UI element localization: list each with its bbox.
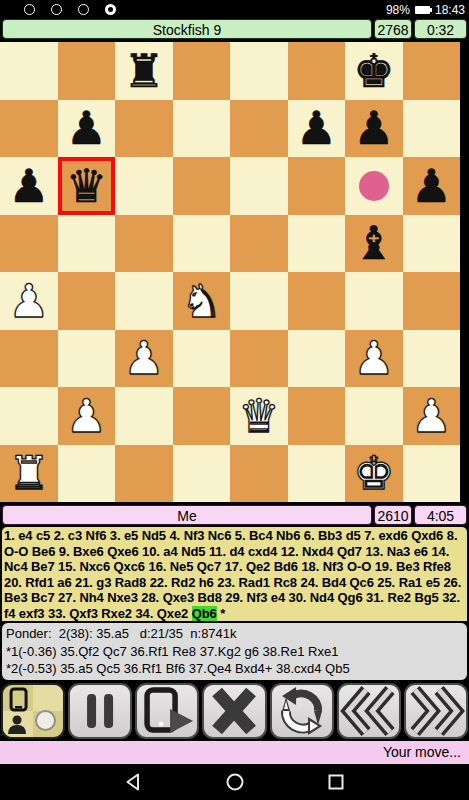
stop-x-icon <box>204 685 264 737</box>
forward-double-chevron-icon <box>406 685 466 737</box>
square-b6[interactable]: ♛ <box>58 157 116 215</box>
square-d4[interactable]: ♞ <box>173 272 231 330</box>
ponder-panel[interactable]: Ponder: 2(38): 35.a5 d:21/35 n:8741k *1(… <box>1 622 468 681</box>
square-g1[interactable]: ♚ <box>345 445 403 503</box>
ponder-header-line: Ponder: 2(38): 35.a5 d:21/35 n:8741k <box>6 625 463 643</box>
square-f2[interactable] <box>288 387 346 445</box>
square-a6[interactable]: ♟ <box>0 157 58 215</box>
square-b3[interactable] <box>58 330 116 388</box>
square-b2[interactable]: ♟ <box>58 387 116 445</box>
square-a2[interactable] <box>0 387 58 445</box>
square-g7[interactable]: ♟ <box>345 100 403 158</box>
white-rook: ♜ <box>8 450 49 496</box>
square-f7[interactable]: ♟ <box>288 100 346 158</box>
square-d5[interactable] <box>173 215 231 273</box>
android-nav-bar <box>0 764 469 800</box>
battery-percent: 98% <box>386 3 410 17</box>
player-clock: 4:05 <box>414 505 467 525</box>
square-a3[interactable] <box>0 330 58 388</box>
player-mode-button[interactable] <box>1 683 65 739</box>
square-f8[interactable] <box>288 42 346 100</box>
square-c7[interactable] <box>115 100 173 158</box>
square-d8[interactable] <box>173 42 231 100</box>
player-mode-icon <box>3 685 63 737</box>
square-b4[interactable] <box>58 272 116 330</box>
stop-button[interactable] <box>202 683 266 739</box>
notification-icons <box>24 4 116 15</box>
notification-circle-icon <box>78 4 89 15</box>
square-d1[interactable] <box>173 445 231 503</box>
opponent-name[interactable]: Stockfish 9 <box>2 19 372 39</box>
move-list-text: 1. e4 c5 2. c3 Nf6 3. e5 Nd5 4. Nf3 Nc6 … <box>4 528 461 621</box>
notification-circle-icon <box>24 4 35 15</box>
player-bar: Me 2610 4:05 <box>0 505 469 527</box>
battery-icon <box>415 6 430 14</box>
black-pawn: ♟ <box>296 105 337 151</box>
square-a8[interactable] <box>0 42 58 100</box>
notification-badge-icon <box>105 4 116 15</box>
home-circle-icon[interactable] <box>225 772 245 792</box>
white-side-circle-icon <box>35 710 56 731</box>
opponent-rating: 2768 <box>374 19 412 39</box>
app-screen: 98% 18:43 Stockfish 9 2768 0:32 ♜♚♟♟♟♟♛♟… <box>0 0 469 800</box>
square-d7[interactable] <box>173 100 231 158</box>
square-f5[interactable] <box>288 215 346 273</box>
square-f4[interactable] <box>288 272 346 330</box>
player-rating: 2610 <box>374 505 412 525</box>
chess-board[interactable]: ♜♚♟♟♟♟♛♟♝♟♞♟♟♟♛♟♜♚ <box>0 42 460 502</box>
black-pawn: ♟ <box>353 105 394 151</box>
square-f6[interactable] <box>288 157 346 215</box>
highlighted-move: Qb6 <box>192 606 217 621</box>
toolbar <box>0 682 469 740</box>
square-g4[interactable] <box>345 272 403 330</box>
square-g2[interactable] <box>345 387 403 445</box>
square-e3[interactable] <box>230 330 288 388</box>
rotate-cycle-icon <box>272 685 332 737</box>
square-b1[interactable] <box>58 445 116 503</box>
engine-status-line: ●0.36 35.Qf2 Your move... <box>0 741 469 764</box>
device-move-icon <box>137 685 197 737</box>
square-c6[interactable] <box>115 157 173 215</box>
square-h4[interactable] <box>403 272 461 330</box>
pause-button[interactable] <box>68 683 132 739</box>
square-h2[interactable]: ♟ <box>403 387 461 445</box>
square-h6[interactable]: ♟ <box>403 157 461 215</box>
rewind-double-chevron-icon <box>339 685 399 737</box>
back-move-button[interactable] <box>337 683 401 739</box>
square-c2[interactable] <box>115 387 173 445</box>
square-g3[interactable]: ♟ <box>345 330 403 388</box>
square-h7[interactable] <box>403 100 461 158</box>
square-h8[interactable] <box>403 42 461 100</box>
square-d3[interactable] <box>173 330 231 388</box>
android-status-bar: 98% 18:43 <box>0 0 469 19</box>
white-pawn: ♟ <box>353 335 394 381</box>
square-e5[interactable] <box>230 215 288 273</box>
white-pawn: ♟ <box>66 393 107 439</box>
white-pawn: ♟ <box>123 335 164 381</box>
engine-move-button[interactable] <box>135 683 199 739</box>
square-d6[interactable] <box>173 157 231 215</box>
square-a7[interactable] <box>0 100 58 158</box>
square-g8[interactable]: ♚ <box>345 42 403 100</box>
square-a5[interactable] <box>0 215 58 273</box>
black-pawn: ♟ <box>66 105 107 151</box>
square-b5[interactable] <box>58 215 116 273</box>
square-e8[interactable] <box>230 42 288 100</box>
black-bishop: ♝ <box>353 220 394 266</box>
square-a1[interactable]: ♜ <box>0 445 58 503</box>
black-queen: ♛ <box>66 163 107 209</box>
square-g5[interactable]: ♝ <box>345 215 403 273</box>
black-rook: ♜ <box>123 48 164 94</box>
rotate-board-button[interactable] <box>270 683 334 739</box>
clock-time: 18:43 <box>435 3 465 17</box>
opponent-bar: Stockfish 9 2768 0:32 <box>0 19 469 41</box>
annotation-circle-icon <box>359 171 389 201</box>
square-a4[interactable]: ♟ <box>0 272 58 330</box>
forward-move-button[interactable] <box>404 683 468 739</box>
black-pawn: ♟ <box>8 163 49 209</box>
white-knight: ♞ <box>181 278 222 324</box>
black-pawn: ♟ <box>411 163 452 209</box>
black-king: ♚ <box>353 48 394 94</box>
square-c4[interactable] <box>115 272 173 330</box>
square-e1[interactable] <box>230 445 288 503</box>
white-king: ♚ <box>353 450 394 496</box>
square-h1[interactable] <box>403 445 461 503</box>
move-list-result: * <box>217 606 225 621</box>
white-pawn: ♟ <box>411 393 452 439</box>
move-prompt: Your move... <box>383 741 461 764</box>
white-queen: ♛ <box>238 393 279 439</box>
recents-square-icon[interactable] <box>326 772 346 792</box>
square-g6[interactable] <box>345 157 403 215</box>
square-c5[interactable] <box>115 215 173 273</box>
move-list[interactable]: 1. e4 c5 2. c3 Nf6 3. e5 Nd5 4. Nf3 Nc6 … <box>1 526 468 622</box>
square-f3[interactable] <box>288 330 346 388</box>
pause-icon <box>70 685 130 737</box>
square-e4[interactable] <box>230 272 288 330</box>
ponder-pv-line-2: *2(-0.53) 35.a5 Qc5 36.Rf1 Bf6 37.Qe4 Bx… <box>6 660 463 678</box>
square-d2[interactable] <box>173 387 231 445</box>
square-e2[interactable]: ♛ <box>230 387 288 445</box>
player-name[interactable]: Me <box>2 505 372 525</box>
opponent-clock: 0:32 <box>414 19 467 39</box>
white-pawn: ♟ <box>8 278 49 324</box>
square-c8[interactable]: ♜ <box>115 42 173 100</box>
back-triangle-icon[interactable] <box>124 772 144 792</box>
square-b7[interactable]: ♟ <box>58 100 116 158</box>
square-c1[interactable] <box>115 445 173 503</box>
square-e7[interactable] <box>230 100 288 158</box>
notification-circle-icon <box>51 4 62 15</box>
square-b8[interactable] <box>58 42 116 100</box>
square-c3[interactable]: ♟ <box>115 330 173 388</box>
square-f1[interactable] <box>288 445 346 503</box>
square-h3[interactable] <box>403 330 461 388</box>
square-h5[interactable] <box>403 215 461 273</box>
square-e6[interactable] <box>230 157 288 215</box>
ponder-pv-line-1: *1(-0.36) 35.Qf2 Qc7 36.Rf1 Re8 37.Kg2 g… <box>6 643 463 661</box>
